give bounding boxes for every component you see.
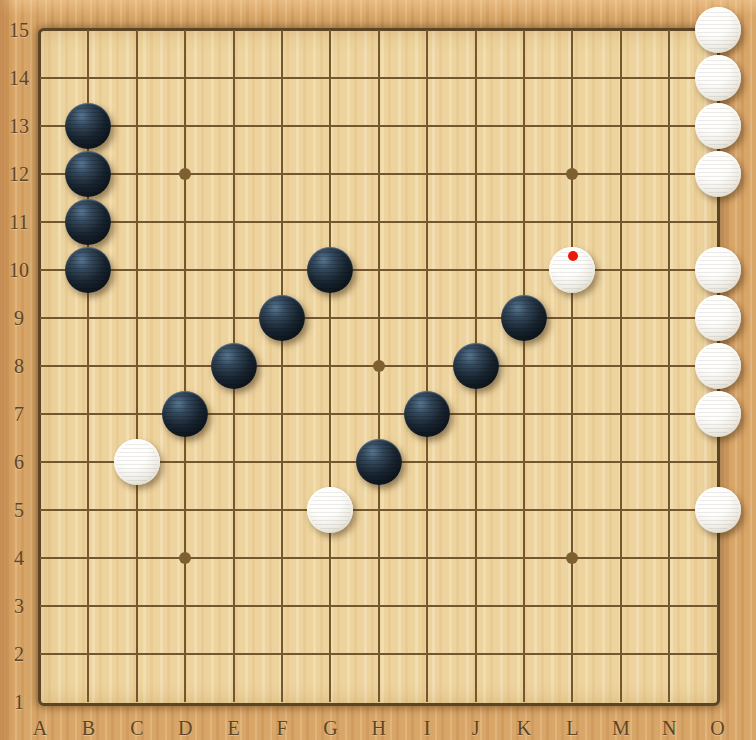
go-board-surface[interactable] — [38, 28, 720, 706]
